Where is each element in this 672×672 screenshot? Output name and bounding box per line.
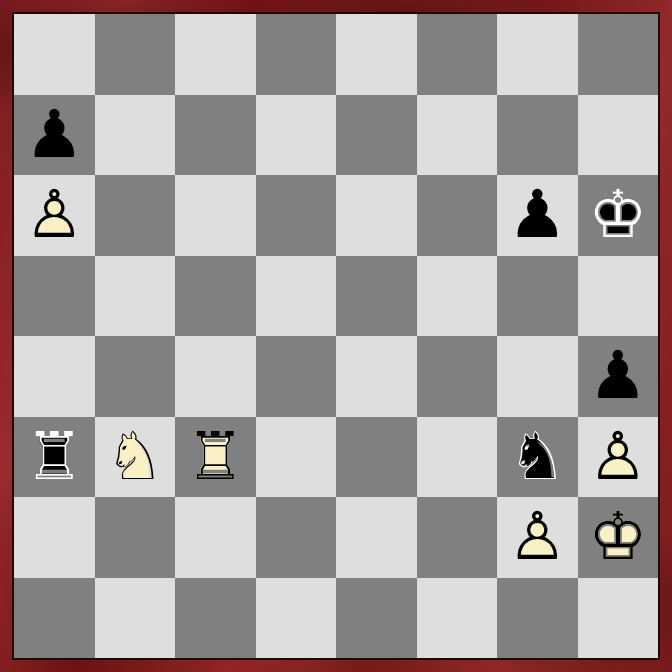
square-a7[interactable]: ♟ <box>14 95 95 176</box>
square-f8[interactable] <box>417 14 498 95</box>
board-frame: ♟♟♙♟♚♔♟♜♖♞♘♜♖♞♘♟♙♟♙♚♔ <box>0 0 672 672</box>
white-king-outline-glyph: ♔ <box>578 497 659 578</box>
black-king[interactable]: ♚♔ <box>578 175 659 256</box>
black-pawn[interactable]: ♟ <box>578 336 659 417</box>
square-e8[interactable] <box>336 14 417 95</box>
square-a8[interactable] <box>14 14 95 95</box>
square-e3[interactable] <box>336 417 417 498</box>
square-h1[interactable] <box>578 578 659 659</box>
square-g2[interactable]: ♟♙ <box>497 497 578 578</box>
black-king-outline-glyph: ♔ <box>578 175 659 256</box>
black-pawn-fill-glyph: ♟ <box>14 95 95 176</box>
square-g6[interactable]: ♟ <box>497 175 578 256</box>
square-h5[interactable] <box>578 256 659 337</box>
black-pawn-fill-glyph: ♟ <box>497 175 578 256</box>
black-rook-outline-glyph: ♖ <box>14 417 95 498</box>
black-knight[interactable]: ♞♘ <box>497 417 578 498</box>
white-pawn[interactable]: ♟♙ <box>14 175 95 256</box>
square-a5[interactable] <box>14 256 95 337</box>
square-c5[interactable] <box>175 256 256 337</box>
square-c4[interactable] <box>175 336 256 417</box>
square-g3[interactable]: ♞♘ <box>497 417 578 498</box>
white-pawn-outline-glyph: ♙ <box>578 417 659 498</box>
square-c7[interactable] <box>175 95 256 176</box>
white-knight[interactable]: ♞♘ <box>95 417 176 498</box>
square-b2[interactable] <box>95 497 176 578</box>
square-g1[interactable] <box>497 578 578 659</box>
square-c1[interactable] <box>175 578 256 659</box>
square-d3[interactable] <box>256 417 337 498</box>
square-f7[interactable] <box>417 95 498 176</box>
square-b3[interactable]: ♞♘ <box>95 417 176 498</box>
square-d4[interactable] <box>256 336 337 417</box>
square-h2[interactable]: ♚♔ <box>578 497 659 578</box>
square-d7[interactable] <box>256 95 337 176</box>
square-a2[interactable] <box>14 497 95 578</box>
square-f5[interactable] <box>417 256 498 337</box>
black-rook[interactable]: ♜♖ <box>14 417 95 498</box>
square-e2[interactable] <box>336 497 417 578</box>
square-g7[interactable] <box>497 95 578 176</box>
square-b4[interactable] <box>95 336 176 417</box>
square-h6[interactable]: ♚♔ <box>578 175 659 256</box>
square-d2[interactable] <box>256 497 337 578</box>
square-g5[interactable] <box>497 256 578 337</box>
square-a3[interactable]: ♜♖ <box>14 417 95 498</box>
square-e1[interactable] <box>336 578 417 659</box>
square-d8[interactable] <box>256 14 337 95</box>
square-c3[interactable]: ♜♖ <box>175 417 256 498</box>
square-c2[interactable] <box>175 497 256 578</box>
white-rook-outline-glyph: ♖ <box>175 417 256 498</box>
square-e6[interactable] <box>336 175 417 256</box>
square-h3[interactable]: ♟♙ <box>578 417 659 498</box>
square-g8[interactable] <box>497 14 578 95</box>
square-d1[interactable] <box>256 578 337 659</box>
square-f1[interactable] <box>417 578 498 659</box>
square-e7[interactable] <box>336 95 417 176</box>
white-rook[interactable]: ♜♖ <box>175 417 256 498</box>
square-e4[interactable] <box>336 336 417 417</box>
black-knight-outline-glyph: ♘ <box>497 417 578 498</box>
square-d6[interactable] <box>256 175 337 256</box>
black-pawn[interactable]: ♟ <box>14 95 95 176</box>
square-c6[interactable] <box>175 175 256 256</box>
square-f3[interactable] <box>417 417 498 498</box>
square-g4[interactable] <box>497 336 578 417</box>
square-b6[interactable] <box>95 175 176 256</box>
square-h8[interactable] <box>578 14 659 95</box>
square-b5[interactable] <box>95 256 176 337</box>
square-b8[interactable] <box>95 14 176 95</box>
square-a6[interactable]: ♟♙ <box>14 175 95 256</box>
white-pawn-outline-glyph: ♙ <box>14 175 95 256</box>
white-pawn[interactable]: ♟♙ <box>578 417 659 498</box>
white-pawn[interactable]: ♟♙ <box>497 497 578 578</box>
square-f2[interactable] <box>417 497 498 578</box>
square-f6[interactable] <box>417 175 498 256</box>
square-h4[interactable]: ♟ <box>578 336 659 417</box>
square-c8[interactable] <box>175 14 256 95</box>
square-a4[interactable] <box>14 336 95 417</box>
square-h7[interactable] <box>578 95 659 176</box>
white-king[interactable]: ♚♔ <box>578 497 659 578</box>
white-pawn-outline-glyph: ♙ <box>497 497 578 578</box>
square-b1[interactable] <box>95 578 176 659</box>
square-d5[interactable] <box>256 256 337 337</box>
square-f4[interactable] <box>417 336 498 417</box>
white-knight-outline-glyph: ♘ <box>95 417 176 498</box>
black-pawn-fill-glyph: ♟ <box>578 336 659 417</box>
chess-board: ♟♟♙♟♚♔♟♜♖♞♘♜♖♞♘♟♙♟♙♚♔ <box>14 14 658 658</box>
square-b7[interactable] <box>95 95 176 176</box>
square-e5[interactable] <box>336 256 417 337</box>
square-a1[interactable] <box>14 578 95 659</box>
black-pawn[interactable]: ♟ <box>497 175 578 256</box>
